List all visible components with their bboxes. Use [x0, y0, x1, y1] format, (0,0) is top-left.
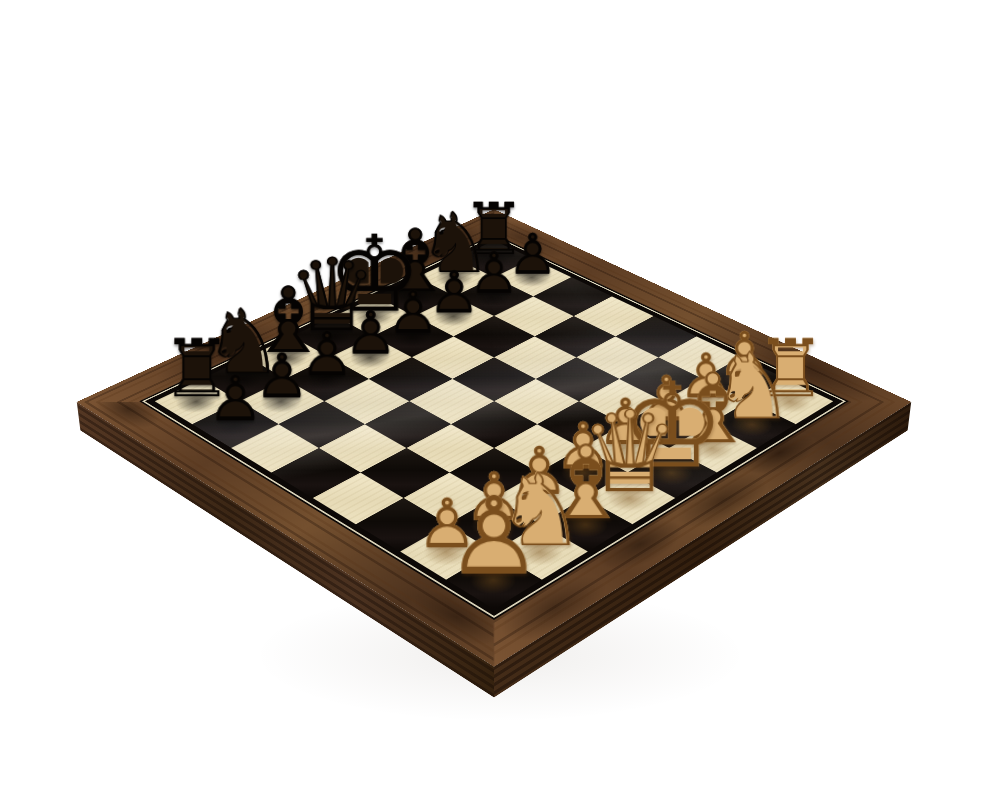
chess-board: ♜♖♟♙♟♙♜♖♞♘♟♙♟♙♞♘♝♗♟♙♟♙♝♗♚♔♟♙♟♙♚♔♛♕♟♙♟♙♛♕…: [77, 209, 911, 666]
pinstripe-inlay: ♜♖♟♙♟♙♜♖♞♘♟♙♟♙♞♘♝♗♟♙♟♙♝♗♚♔♟♙♟♙♚♔♛♕♟♙♟♙♛♕…: [142, 235, 846, 618]
piece-glyph-outline: ♙: [207, 368, 263, 431]
scene: ♜♖♟♙♟♙♜♖♞♘♟♙♟♙♞♘♝♗♟♙♟♙♝♗♚♔♟♙♟♙♚♔♛♕♟♙♟♙♛♕…: [0, 0, 1000, 800]
board-grid: ♜♖♟♙♟♙♜♖♞♘♟♙♟♙♞♘♝♗♟♙♟♙♝♗♚♔♟♙♟♙♚♔♛♕♟♙♟♙♛♕…: [155, 241, 833, 609]
walnut-frame: ♜♖♟♙♟♙♜♖♞♘♟♙♟♙♞♘♝♗♟♙♟♙♝♗♚♔♟♙♟♙♚♔♛♕♟♙♟♙♛♕…: [77, 209, 911, 666]
square-e5: [452, 357, 535, 401]
piece-glyph-outline: ♙: [446, 482, 543, 590]
photo-background: ♜♖♟♙♟♙♜♖♞♘♟♙♟♙♞♘♝♗♟♙♟♙♝♗♚♔♟♙♟♙♚♔♛♕♟♙♟♙♛♕…: [0, 0, 1000, 800]
